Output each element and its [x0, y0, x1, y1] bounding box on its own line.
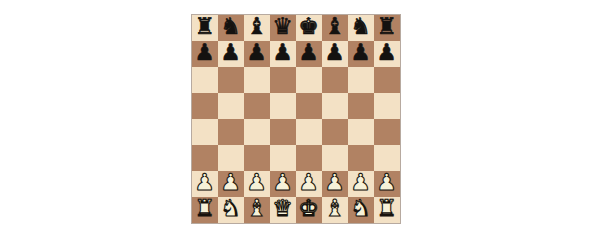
square-f8[interactable]: ♝	[322, 15, 348, 41]
piece-black-rook: ♜	[194, 15, 215, 38]
piece-black-rook: ♜	[376, 15, 397, 38]
square-b8[interactable]: ♞	[218, 15, 244, 41]
square-b5[interactable]	[218, 93, 244, 119]
square-h8[interactable]: ♜	[374, 15, 400, 41]
piece-white-queen: ♛	[272, 197, 293, 220]
square-g3[interactable]	[348, 145, 374, 171]
piece-white-rook: ♜	[376, 197, 397, 220]
square-c6[interactable]	[244, 67, 270, 93]
square-h3[interactable]	[374, 145, 400, 171]
square-g4[interactable]	[348, 119, 374, 145]
square-d1[interactable]: ♛	[270, 197, 296, 223]
page-background: ♜♞♝♛♚♝♞♜♟♟♟♟♟♟♟♟♟♟♟♟♟♟♟♟♜♞♝♛♚♝♞♜	[0, 0, 591, 237]
square-f1[interactable]: ♝	[322, 197, 348, 223]
piece-black-pawn: ♟	[272, 41, 293, 64]
square-b2[interactable]: ♟	[218, 171, 244, 197]
square-e3[interactable]	[296, 145, 322, 171]
piece-black-knight: ♞	[350, 15, 371, 38]
square-e2[interactable]: ♟	[296, 171, 322, 197]
square-h5[interactable]	[374, 93, 400, 119]
chess-board: ♜♞♝♛♚♝♞♜♟♟♟♟♟♟♟♟♟♟♟♟♟♟♟♟♜♞♝♛♚♝♞♜	[191, 14, 401, 224]
square-a7[interactable]: ♟	[192, 41, 218, 67]
piece-white-bishop: ♝	[246, 197, 267, 220]
piece-black-bishop: ♝	[324, 15, 345, 38]
piece-white-pawn: ♟	[272, 171, 293, 194]
square-f5[interactable]	[322, 93, 348, 119]
piece-white-pawn: ♟	[246, 171, 267, 194]
square-a5[interactable]	[192, 93, 218, 119]
square-d6[interactable]	[270, 67, 296, 93]
piece-white-pawn: ♟	[194, 171, 215, 194]
square-f3[interactable]	[322, 145, 348, 171]
piece-black-pawn: ♟	[246, 41, 267, 64]
piece-white-king: ♚	[298, 197, 319, 220]
square-c1[interactable]: ♝	[244, 197, 270, 223]
square-a4[interactable]	[192, 119, 218, 145]
piece-white-bishop: ♝	[324, 197, 345, 220]
square-b6[interactable]	[218, 67, 244, 93]
square-g8[interactable]: ♞	[348, 15, 374, 41]
square-d4[interactable]	[270, 119, 296, 145]
square-e8[interactable]: ♚	[296, 15, 322, 41]
square-g1[interactable]: ♞	[348, 197, 374, 223]
piece-black-pawn: ♟	[324, 41, 345, 64]
square-h6[interactable]	[374, 67, 400, 93]
square-e7[interactable]: ♟	[296, 41, 322, 67]
square-b1[interactable]: ♞	[218, 197, 244, 223]
square-f6[interactable]	[322, 67, 348, 93]
square-h2[interactable]: ♟	[374, 171, 400, 197]
square-h7[interactable]: ♟	[374, 41, 400, 67]
square-d5[interactable]	[270, 93, 296, 119]
square-g6[interactable]	[348, 67, 374, 93]
square-c3[interactable]	[244, 145, 270, 171]
piece-white-pawn: ♟	[350, 171, 371, 194]
square-a2[interactable]: ♟	[192, 171, 218, 197]
square-f7[interactable]: ♟	[322, 41, 348, 67]
square-a3[interactable]	[192, 145, 218, 171]
piece-black-bishop: ♝	[246, 15, 267, 38]
square-g7[interactable]: ♟	[348, 41, 374, 67]
square-d8[interactable]: ♛	[270, 15, 296, 41]
piece-black-king: ♚	[298, 15, 319, 38]
piece-black-knight: ♞	[220, 15, 241, 38]
piece-black-pawn: ♟	[350, 41, 371, 64]
square-a1[interactable]: ♜	[192, 197, 218, 223]
square-e6[interactable]	[296, 67, 322, 93]
square-c4[interactable]	[244, 119, 270, 145]
square-f2[interactable]: ♟	[322, 171, 348, 197]
square-b7[interactable]: ♟	[218, 41, 244, 67]
square-a8[interactable]: ♜	[192, 15, 218, 41]
square-c7[interactable]: ♟	[244, 41, 270, 67]
square-f4[interactable]	[322, 119, 348, 145]
square-e4[interactable]	[296, 119, 322, 145]
piece-white-pawn: ♟	[298, 171, 319, 194]
piece-black-pawn: ♟	[220, 41, 241, 64]
piece-white-rook: ♜	[194, 197, 215, 220]
piece-white-pawn: ♟	[324, 171, 345, 194]
square-d2[interactable]: ♟	[270, 171, 296, 197]
square-e5[interactable]	[296, 93, 322, 119]
piece-white-knight: ♞	[220, 197, 241, 220]
square-b3[interactable]	[218, 145, 244, 171]
piece-black-pawn: ♟	[298, 41, 319, 64]
piece-black-pawn: ♟	[194, 41, 215, 64]
square-c5[interactable]	[244, 93, 270, 119]
square-a6[interactable]	[192, 67, 218, 93]
square-d3[interactable]	[270, 145, 296, 171]
square-h1[interactable]: ♜	[374, 197, 400, 223]
square-e1[interactable]: ♚	[296, 197, 322, 223]
piece-white-knight: ♞	[350, 197, 371, 220]
piece-white-pawn: ♟	[220, 171, 241, 194]
square-d7[interactable]: ♟	[270, 41, 296, 67]
square-b4[interactable]	[218, 119, 244, 145]
square-g2[interactable]: ♟	[348, 171, 374, 197]
piece-black-pawn: ♟	[376, 41, 397, 64]
piece-white-pawn: ♟	[376, 171, 397, 194]
square-c2[interactable]: ♟	[244, 171, 270, 197]
square-c8[interactable]: ♝	[244, 15, 270, 41]
square-h4[interactable]	[374, 119, 400, 145]
piece-black-queen: ♛	[272, 15, 293, 38]
square-g5[interactable]	[348, 93, 374, 119]
